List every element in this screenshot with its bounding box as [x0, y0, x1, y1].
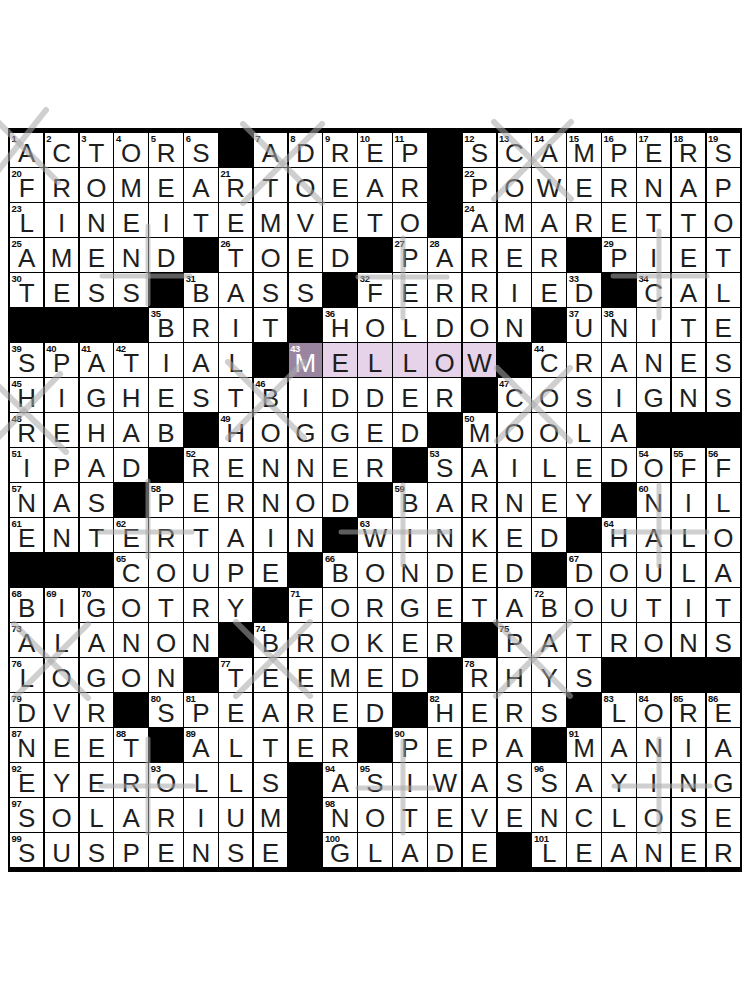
grid-cell[interactable]: D: [323, 238, 356, 272]
grid-cell[interactable]: G: [637, 378, 670, 412]
grid-cell[interactable]: N: [637, 168, 670, 202]
grid-cell[interactable]: R: [707, 833, 740, 867]
grid-cell[interactable]: E: [463, 553, 496, 587]
grid-cell[interactable]: 67D: [567, 553, 600, 587]
grid-cell[interactable]: O: [602, 553, 635, 587]
grid-cell[interactable]: E: [323, 693, 356, 727]
grid-cell[interactable]: L: [358, 343, 391, 377]
grid-cell[interactable]: 1A: [10, 133, 43, 167]
grid-cell[interactable]: W: [463, 343, 496, 377]
grid-cell[interactable]: E: [323, 343, 356, 377]
grid-cell[interactable]: A: [602, 343, 635, 377]
grid-cell[interactable]: G: [323, 413, 356, 447]
grid-cell[interactable]: 94A: [323, 763, 356, 797]
grid-cell[interactable]: M: [254, 798, 287, 832]
grid-cell[interactable]: N: [637, 833, 670, 867]
grid-cell[interactable]: R: [428, 378, 461, 412]
grid-cell[interactable]: 93O: [149, 763, 182, 797]
grid-cell[interactable]: O: [289, 168, 322, 202]
grid-cell[interactable]: 54O: [637, 448, 670, 482]
grid-cell[interactable]: T: [184, 203, 217, 237]
grid-cell[interactable]: O: [149, 623, 182, 657]
grid-cell[interactable]: O: [637, 798, 670, 832]
grid-cell[interactable]: S: [567, 378, 600, 412]
grid-cell[interactable]: L: [672, 553, 705, 587]
grid-cell[interactable]: 90P: [393, 728, 426, 762]
grid-cell[interactable]: P: [463, 728, 496, 762]
grid-cell[interactable]: A: [219, 518, 252, 552]
grid-cell[interactable]: A: [602, 833, 635, 867]
grid-cell[interactable]: 13C: [498, 133, 531, 167]
grid-cell[interactable]: A: [184, 168, 217, 202]
grid-cell[interactable]: 33D: [567, 273, 600, 307]
grid-cell[interactable]: A: [672, 273, 705, 307]
grid-cell[interactable]: 7A: [254, 133, 287, 167]
grid-cell[interactable]: K: [358, 623, 391, 657]
grid-cell[interactable]: 21R: [219, 168, 252, 202]
grid-cell[interactable]: 22P: [463, 168, 496, 202]
grid-cell[interactable]: 52R: [184, 448, 217, 482]
grid-cell[interactable]: N: [498, 308, 531, 342]
grid-cell[interactable]: E: [254, 553, 287, 587]
grid-cell[interactable]: E: [254, 658, 287, 692]
grid-cell[interactable]: D: [323, 378, 356, 412]
grid-cell[interactable]: O: [358, 308, 391, 342]
grid-cell[interactable]: S: [80, 273, 113, 307]
grid-cell[interactable]: E: [707, 308, 740, 342]
grid-cell[interactable]: 69I: [45, 588, 78, 622]
grid-cell[interactable]: R: [149, 518, 182, 552]
grid-cell[interactable]: 87N: [10, 728, 43, 762]
grid-cell[interactable]: R: [114, 763, 147, 797]
grid-cell[interactable]: E: [45, 728, 78, 762]
grid-cell[interactable]: 100G: [323, 833, 356, 867]
grid-cell[interactable]: A: [498, 588, 531, 622]
grid-cell[interactable]: 53S: [428, 448, 461, 482]
grid-cell[interactable]: C: [567, 798, 600, 832]
grid-cell[interactable]: A: [602, 728, 635, 762]
grid-cell[interactable]: I: [393, 518, 426, 552]
grid-cell[interactable]: 18R: [672, 133, 705, 167]
grid-cell[interactable]: 36H: [323, 308, 356, 342]
grid-cell[interactable]: A: [358, 168, 391, 202]
grid-cell[interactable]: 35B: [149, 308, 182, 342]
grid-cell[interactable]: E: [498, 518, 531, 552]
grid-cell[interactable]: G: [393, 588, 426, 622]
grid-cell[interactable]: 86E: [707, 693, 740, 727]
grid-cell[interactable]: O: [707, 518, 740, 552]
grid-cell[interactable]: T: [637, 203, 670, 237]
grid-cell[interactable]: E: [393, 378, 426, 412]
grid-cell[interactable]: A: [80, 448, 113, 482]
grid-cell[interactable]: E: [184, 483, 217, 517]
grid-cell[interactable]: 60N: [637, 483, 670, 517]
grid-cell[interactable]: N: [114, 238, 147, 272]
grid-cell[interactable]: L: [219, 728, 252, 762]
grid-cell[interactable]: N: [672, 763, 705, 797]
grid-cell[interactable]: 85R: [672, 693, 705, 727]
grid-cell[interactable]: A: [602, 413, 635, 447]
grid-cell[interactable]: S: [707, 378, 740, 412]
grid-cell[interactable]: E: [428, 798, 461, 832]
grid-cell[interactable]: R: [567, 203, 600, 237]
grid-cell[interactable]: E: [80, 238, 113, 272]
grid-cell[interactable]: A: [463, 448, 496, 482]
grid-cell[interactable]: 42T: [114, 343, 147, 377]
grid-cell[interactable]: E: [114, 203, 147, 237]
grid-cell[interactable]: 101L: [532, 833, 565, 867]
grid-cell[interactable]: E: [428, 728, 461, 762]
grid-cell[interactable]: 4O: [114, 133, 147, 167]
grid-cell[interactable]: D: [498, 553, 531, 587]
grid-cell[interactable]: E: [567, 168, 600, 202]
grid-cell[interactable]: O: [707, 203, 740, 237]
grid-cell[interactable]: 57N: [10, 483, 43, 517]
grid-cell[interactable]: L: [45, 623, 78, 657]
grid-cell[interactable]: E: [45, 273, 78, 307]
grid-cell[interactable]: W: [532, 168, 565, 202]
grid-cell[interactable]: O: [80, 168, 113, 202]
grid-cell[interactable]: 72B: [532, 588, 565, 622]
grid-cell[interactable]: L: [393, 308, 426, 342]
grid-cell[interactable]: H: [80, 413, 113, 447]
grid-cell[interactable]: N: [254, 448, 287, 482]
grid-cell[interactable]: I: [219, 308, 252, 342]
grid-cell[interactable]: R: [149, 798, 182, 832]
grid-cell[interactable]: U: [184, 553, 217, 587]
grid-cell[interactable]: U: [602, 588, 635, 622]
grid-cell[interactable]: N: [289, 448, 322, 482]
grid-cell[interactable]: N: [184, 833, 217, 867]
grid-cell[interactable]: S: [567, 658, 600, 692]
grid-cell[interactable]: R: [602, 168, 635, 202]
grid-cell[interactable]: 58P: [149, 483, 182, 517]
grid-cell[interactable]: O: [289, 483, 322, 517]
grid-cell[interactable]: I: [254, 518, 287, 552]
grid-cell[interactable]: E: [393, 623, 426, 657]
grid-cell[interactable]: N: [672, 378, 705, 412]
grid-cell[interactable]: R: [567, 343, 600, 377]
grid-cell[interactable]: 41A: [80, 343, 113, 377]
grid-cell[interactable]: E: [80, 728, 113, 762]
grid-cell[interactable]: I: [637, 763, 670, 797]
grid-cell[interactable]: L: [219, 343, 252, 377]
grid-cell[interactable]: T: [463, 588, 496, 622]
grid-cell[interactable]: R: [463, 483, 496, 517]
grid-cell[interactable]: R: [498, 693, 531, 727]
grid-cell[interactable]: E: [567, 448, 600, 482]
grid-cell[interactable]: 8D: [289, 133, 322, 167]
grid-cell[interactable]: 48R: [10, 413, 43, 447]
grid-cell[interactable]: E: [149, 833, 182, 867]
grid-cell[interactable]: 76L: [10, 658, 43, 692]
grid-cell[interactable]: D: [114, 448, 147, 482]
grid-cell[interactable]: D: [428, 833, 461, 867]
grid-cell[interactable]: 34C: [637, 273, 670, 307]
grid-cell[interactable]: R: [428, 623, 461, 657]
grid-cell[interactable]: O: [393, 203, 426, 237]
grid-cell[interactable]: S: [532, 693, 565, 727]
grid-cell[interactable]: 63W: [358, 518, 391, 552]
grid-cell[interactable]: 71F: [289, 588, 322, 622]
grid-cell[interactable]: N: [184, 623, 217, 657]
grid-cell[interactable]: 98N: [323, 798, 356, 832]
grid-cell[interactable]: 12S: [463, 133, 496, 167]
grid-cell[interactable]: E: [463, 693, 496, 727]
grid-cell[interactable]: Y: [602, 763, 635, 797]
grid-cell[interactable]: O: [114, 588, 147, 622]
grid-cell[interactable]: O: [114, 658, 147, 692]
grid-cell[interactable]: B: [149, 413, 182, 447]
grid-cell[interactable]: H: [114, 378, 147, 412]
grid-cell[interactable]: O: [498, 413, 531, 447]
selected-cell[interactable]: 43M: [289, 343, 322, 377]
grid-cell[interactable]: A: [114, 413, 147, 447]
grid-cell[interactable]: Y: [219, 588, 252, 622]
grid-cell[interactable]: S: [114, 273, 147, 307]
grid-cell[interactable]: 99S: [10, 833, 43, 867]
grid-cell[interactable]: A: [532, 203, 565, 237]
grid-cell[interactable]: N: [289, 518, 322, 552]
grid-cell[interactable]: E: [289, 238, 322, 272]
grid-cell[interactable]: 51I: [10, 448, 43, 482]
grid-cell[interactable]: A: [707, 728, 740, 762]
grid-cell[interactable]: D: [358, 693, 391, 727]
grid-cell[interactable]: L: [358, 833, 391, 867]
grid-cell[interactable]: R: [532, 238, 565, 272]
grid-cell[interactable]: E: [498, 238, 531, 272]
grid-cell[interactable]: N: [80, 203, 113, 237]
grid-cell[interactable]: I: [672, 588, 705, 622]
grid-cell[interactable]: 11P: [393, 133, 426, 167]
grid-cell[interactable]: 84O: [637, 693, 670, 727]
grid-cell[interactable]: R: [80, 693, 113, 727]
grid-cell[interactable]: O: [428, 343, 461, 377]
grid-cell[interactable]: A: [254, 693, 287, 727]
grid-cell[interactable]: I: [637, 238, 670, 272]
grid-cell[interactable]: L: [532, 448, 565, 482]
grid-cell[interactable]: Y: [45, 763, 78, 797]
grid-cell[interactable]: 81P: [184, 693, 217, 727]
grid-cell[interactable]: 46B: [254, 378, 287, 412]
grid-cell[interactable]: 95S: [358, 763, 391, 797]
grid-cell[interactable]: E: [428, 588, 461, 622]
grid-cell[interactable]: R: [463, 273, 496, 307]
grid-cell[interactable]: E: [393, 273, 426, 307]
grid-cell[interactable]: L: [672, 518, 705, 552]
grid-cell[interactable]: O: [358, 553, 391, 587]
grid-cell[interactable]: A: [532, 623, 565, 657]
grid-cell[interactable]: E: [463, 833, 496, 867]
grid-cell[interactable]: D: [532, 518, 565, 552]
grid-cell[interactable]: 64H: [602, 518, 635, 552]
grid-cell[interactable]: 70G: [80, 588, 113, 622]
grid-cell[interactable]: 68B: [10, 588, 43, 622]
grid-cell[interactable]: 91M: [567, 728, 600, 762]
grid-cell[interactable]: A: [393, 833, 426, 867]
grid-cell[interactable]: T: [672, 308, 705, 342]
grid-cell[interactable]: I: [672, 483, 705, 517]
grid-cell[interactable]: 16P: [602, 133, 635, 167]
grid-cell[interactable]: D: [149, 238, 182, 272]
grid-cell[interactable]: O: [323, 623, 356, 657]
grid-cell[interactable]: 47C: [498, 378, 531, 412]
grid-cell[interactable]: M: [498, 203, 531, 237]
grid-cell[interactable]: T: [637, 588, 670, 622]
grid-cell[interactable]: P: [114, 833, 147, 867]
grid-cell[interactable]: 74B: [254, 623, 287, 657]
grid-cell[interactable]: R: [358, 448, 391, 482]
grid-cell[interactable]: A: [707, 553, 740, 587]
grid-cell[interactable]: I: [498, 273, 531, 307]
grid-cell[interactable]: D: [602, 448, 635, 482]
grid-cell[interactable]: N: [45, 518, 78, 552]
grid-cell[interactable]: G: [80, 378, 113, 412]
grid-cell[interactable]: A: [567, 763, 600, 797]
grid-cell[interactable]: V: [463, 798, 496, 832]
grid-cell[interactable]: S: [672, 798, 705, 832]
grid-cell[interactable]: 65C: [114, 553, 147, 587]
grid-cell[interactable]: T: [393, 798, 426, 832]
grid-cell[interactable]: R: [463, 238, 496, 272]
grid-cell[interactable]: R: [184, 308, 217, 342]
grid-cell[interactable]: O: [637, 623, 670, 657]
grid-cell[interactable]: T: [254, 168, 287, 202]
grid-cell[interactable]: 78R: [463, 658, 496, 692]
grid-cell[interactable]: 25A: [10, 238, 43, 272]
grid-cell[interactable]: 97S: [10, 798, 43, 832]
grid-cell[interactable]: R: [289, 693, 322, 727]
grid-cell[interactable]: 59B: [393, 483, 426, 517]
grid-cell[interactable]: 88T: [114, 728, 147, 762]
grid-cell[interactable]: S: [289, 273, 322, 307]
grid-cell[interactable]: E: [498, 798, 531, 832]
grid-cell[interactable]: S: [254, 273, 287, 307]
grid-cell[interactable]: A: [45, 483, 78, 517]
grid-cell[interactable]: 40P: [45, 343, 78, 377]
grid-cell[interactable]: 50M: [463, 413, 496, 447]
grid-cell[interactable]: I: [149, 203, 182, 237]
grid-cell[interactable]: U: [637, 553, 670, 587]
grid-cell[interactable]: O: [532, 378, 565, 412]
grid-cell[interactable]: P: [219, 553, 252, 587]
grid-cell[interactable]: 3T: [80, 133, 113, 167]
grid-cell[interactable]: T: [184, 518, 217, 552]
grid-cell[interactable]: E: [707, 798, 740, 832]
grid-cell[interactable]: A: [498, 728, 531, 762]
grid-cell[interactable]: N: [393, 553, 426, 587]
grid-cell[interactable]: E: [532, 273, 565, 307]
grid-cell[interactable]: O: [463, 308, 496, 342]
grid-cell[interactable]: E: [567, 833, 600, 867]
grid-cell[interactable]: 62E: [114, 518, 147, 552]
grid-cell[interactable]: M: [254, 203, 287, 237]
grid-cell[interactable]: G: [707, 763, 740, 797]
grid-cell[interactable]: L: [707, 273, 740, 307]
grid-cell[interactable]: 49H: [219, 413, 252, 447]
grid-cell[interactable]: T: [707, 238, 740, 272]
grid-cell[interactable]: N: [254, 483, 287, 517]
grid-cell[interactable]: 20F: [10, 168, 43, 202]
grid-cell[interactable]: 30T: [10, 273, 43, 307]
grid-cell[interactable]: 56F: [707, 448, 740, 482]
grid-cell[interactable]: V: [289, 203, 322, 237]
grid-cell[interactable]: N: [114, 623, 147, 657]
grid-cell[interactable]: R: [289, 623, 322, 657]
grid-cell[interactable]: D: [393, 413, 426, 447]
grid-cell[interactable]: O: [498, 168, 531, 202]
grid-cell[interactable]: R: [323, 728, 356, 762]
grid-cell[interactable]: D: [428, 308, 461, 342]
grid-cell[interactable]: E: [358, 413, 391, 447]
grid-cell[interactable]: 15M: [567, 133, 600, 167]
grid-cell[interactable]: R: [428, 273, 461, 307]
grid-cell[interactable]: D: [323, 483, 356, 517]
grid-cell[interactable]: T: [672, 203, 705, 237]
grid-cell[interactable]: T: [219, 378, 252, 412]
grid-cell[interactable]: 44C: [532, 343, 565, 377]
grid-cell[interactable]: N: [672, 623, 705, 657]
grid-cell[interactable]: 77T: [219, 658, 252, 692]
grid-cell[interactable]: 26T: [219, 238, 252, 272]
grid-cell[interactable]: E: [289, 658, 322, 692]
grid-cell[interactable]: M: [45, 238, 78, 272]
grid-cell[interactable]: M: [323, 658, 356, 692]
grid-cell[interactable]: H: [498, 658, 531, 692]
grid-cell[interactable]: O: [149, 553, 182, 587]
grid-cell[interactable]: 82H: [428, 693, 461, 727]
grid-cell[interactable]: 17E: [637, 133, 670, 167]
grid-cell[interactable]: 79D: [10, 693, 43, 727]
grid-cell[interactable]: S: [184, 378, 217, 412]
grid-cell[interactable]: N: [532, 798, 565, 832]
grid-cell[interactable]: N: [637, 728, 670, 762]
grid-cell[interactable]: E: [219, 448, 252, 482]
grid-cell[interactable]: A: [80, 623, 113, 657]
grid-cell[interactable]: S: [707, 343, 740, 377]
grid-cell[interactable]: 5R: [149, 133, 182, 167]
grid-cell[interactable]: 37U: [567, 308, 600, 342]
grid-cell[interactable]: O: [45, 798, 78, 832]
grid-cell[interactable]: 38N: [602, 308, 635, 342]
grid-cell[interactable]: G: [289, 413, 322, 447]
grid-cell[interactable]: I: [498, 448, 531, 482]
grid-cell[interactable]: T: [358, 203, 391, 237]
grid-cell[interactable]: 83L: [602, 693, 635, 727]
grid-cell[interactable]: I: [393, 763, 426, 797]
grid-cell[interactable]: R: [45, 168, 78, 202]
grid-cell[interactable]: A: [428, 483, 461, 517]
grid-cell[interactable]: N: [637, 343, 670, 377]
grid-cell[interactable]: D: [358, 378, 391, 412]
grid-cell[interactable]: 23L: [10, 203, 43, 237]
grid-cell[interactable]: R: [602, 623, 635, 657]
grid-cell[interactable]: E: [672, 833, 705, 867]
grid-cell[interactable]: 31B: [184, 273, 217, 307]
grid-cell[interactable]: O: [254, 413, 287, 447]
grid-cell[interactable]: S: [707, 623, 740, 657]
grid-cell[interactable]: U: [45, 833, 78, 867]
grid-cell[interactable]: 27P: [393, 238, 426, 272]
grid-cell[interactable]: E: [45, 413, 78, 447]
grid-cell[interactable]: A: [184, 343, 217, 377]
grid-cell[interactable]: E: [289, 728, 322, 762]
grid-cell[interactable]: A: [463, 763, 496, 797]
grid-cell[interactable]: 14A: [532, 133, 565, 167]
grid-cell[interactable]: L: [393, 343, 426, 377]
grid-cell[interactable]: O: [358, 798, 391, 832]
grid-cell[interactable]: N: [428, 518, 461, 552]
